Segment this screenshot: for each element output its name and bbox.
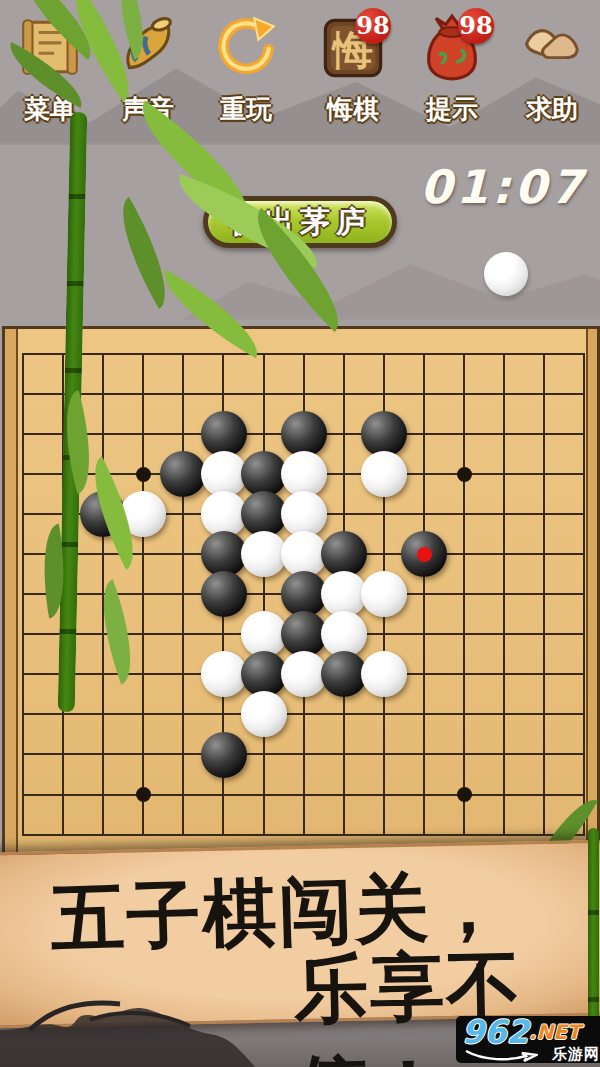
board-cell[interactable] <box>144 796 184 836</box>
white-stone-9-3 <box>361 451 407 497</box>
board-cell[interactable] <box>545 475 585 515</box>
board-cell[interactable] <box>305 355 345 395</box>
board-cell[interactable] <box>465 515 505 555</box>
hint-label: 提示 <box>408 92 496 127</box>
board-cell[interactable] <box>345 715 385 755</box>
board-cell[interactable] <box>265 796 305 836</box>
last-move-marker <box>417 547 432 562</box>
board-cell[interactable] <box>505 796 545 836</box>
board-cell[interactable] <box>505 675 545 715</box>
board-cell[interactable] <box>465 595 505 635</box>
white-stone-5-8 <box>201 651 247 697</box>
board-cell[interactable] <box>104 355 144 395</box>
ink-mountain-backdrop <box>180 250 600 320</box>
replay-label: 重玩 <box>202 92 290 127</box>
board-cell[interactable] <box>425 675 465 715</box>
board-cell[interactable] <box>425 796 465 836</box>
board-cell[interactable] <box>265 755 305 795</box>
board-cell[interactable] <box>24 755 64 795</box>
board-cell[interactable] <box>144 595 184 635</box>
bamboo-stalk <box>588 828 599 1048</box>
star-point <box>136 787 151 802</box>
board-cell[interactable] <box>224 355 264 395</box>
board-cell[interactable] <box>24 475 64 515</box>
board-cell[interactable] <box>505 395 545 435</box>
board-cell[interactable] <box>425 355 465 395</box>
board-cell[interactable] <box>465 715 505 755</box>
board-cell[interactable] <box>545 555 585 595</box>
board-cell[interactable] <box>545 395 585 435</box>
board-cell[interactable] <box>465 635 505 675</box>
board-cell[interactable] <box>545 595 585 635</box>
black-stone-8-8 <box>321 651 367 697</box>
board-cell[interactable] <box>144 555 184 595</box>
board-cell[interactable] <box>144 635 184 675</box>
star-point <box>457 787 472 802</box>
board-cell[interactable] <box>144 355 184 395</box>
board-cell[interactable] <box>24 715 64 755</box>
help-button[interactable]: 求助 <box>508 12 596 124</box>
black-stone-5-10 <box>201 732 247 778</box>
board-cell[interactable] <box>465 355 505 395</box>
board-cell[interactable] <box>64 796 104 836</box>
board-cell[interactable] <box>545 515 585 555</box>
board-cell[interactable] <box>265 355 305 395</box>
replay-swirl-icon <box>211 14 281 80</box>
board-cell[interactable] <box>385 715 425 755</box>
board-cell[interactable] <box>144 715 184 755</box>
board-cell[interactable] <box>24 796 64 836</box>
game-timer: 01:07 <box>420 160 586 214</box>
board-cell[interactable] <box>505 715 545 755</box>
site-watermark: 962.NET 乐游网 <box>456 1016 600 1063</box>
ink-tree-icon <box>0 990 320 1067</box>
gomoku-board[interactable] <box>2 326 600 856</box>
board-cell[interactable] <box>545 755 585 795</box>
board-cell[interactable] <box>104 715 144 755</box>
white-stone-6-5 <box>241 531 287 577</box>
board-cell[interactable] <box>184 796 224 836</box>
board-cell[interactable] <box>465 555 505 595</box>
board-cell[interactable] <box>385 755 425 795</box>
board-cell[interactable] <box>505 555 545 595</box>
board-cell[interactable] <box>24 355 64 395</box>
board-cell[interactable] <box>24 395 64 435</box>
board-cell[interactable] <box>64 755 104 795</box>
board-cell[interactable] <box>465 395 505 435</box>
board-cell[interactable] <box>385 796 425 836</box>
board-cell[interactable] <box>465 796 505 836</box>
board-cell[interactable] <box>465 435 505 475</box>
board-cell[interactable] <box>64 715 104 755</box>
board-cell[interactable] <box>345 755 385 795</box>
star-point <box>457 467 472 482</box>
board-cell[interactable] <box>505 355 545 395</box>
hint-count-badge: 98 <box>458 8 494 44</box>
logo-962: 962 <box>462 1017 529 1047</box>
board-cell[interactable] <box>465 475 505 515</box>
board-cell[interactable] <box>545 635 585 675</box>
black-stone-5-6 <box>201 571 247 617</box>
white-stone-9-6 <box>361 571 407 617</box>
board-cell[interactable] <box>505 475 545 515</box>
board-cell[interactable] <box>345 796 385 836</box>
board-cell[interactable] <box>505 635 545 675</box>
game-screen: 菜单 声音 重玩 悔 悔棋 98 <box>0 0 600 1067</box>
white-stone-6-9 <box>241 691 287 737</box>
board-cell[interactable] <box>345 355 385 395</box>
board-cell[interactable] <box>505 755 545 795</box>
handshake-icon <box>516 14 588 76</box>
board-cell[interactable] <box>425 395 465 435</box>
board-cell[interactable] <box>545 715 585 755</box>
board-cell[interactable] <box>144 395 184 435</box>
board-cell[interactable] <box>425 595 465 635</box>
undo-button[interactable]: 悔 悔棋 98 <box>309 12 397 124</box>
help-label: 求助 <box>508 92 596 127</box>
undo-count-badge: 98 <box>355 8 391 44</box>
board-cell[interactable] <box>425 635 465 675</box>
board-cell[interactable] <box>385 355 425 395</box>
board-cell[interactable] <box>144 675 184 715</box>
board-cell[interactable] <box>465 755 505 795</box>
board-cell[interactable] <box>144 755 184 795</box>
board-cell[interactable] <box>305 755 345 795</box>
turn-indicator-white-stone <box>484 252 528 296</box>
hint-button[interactable]: 提示 98 <box>408 12 496 124</box>
board-cell[interactable] <box>104 796 144 836</box>
board-cell[interactable] <box>465 675 505 715</box>
logo-net: .NET <box>529 1017 581 1047</box>
board-cell[interactable] <box>545 675 585 715</box>
logo-site-name: 乐游网 <box>552 1045 600 1064</box>
board-cell[interactable] <box>425 475 465 515</box>
board-cell[interactable] <box>505 595 545 635</box>
white-stone-7-8 <box>281 651 327 697</box>
white-stone-9-8 <box>361 651 407 697</box>
board-cell[interactable] <box>505 435 545 475</box>
board-cell[interactable] <box>505 515 545 555</box>
undo-label: 悔棋 <box>309 92 397 127</box>
board-cell[interactable] <box>305 796 345 836</box>
star-point <box>136 467 151 482</box>
board-cell[interactable] <box>184 355 224 395</box>
replay-button[interactable]: 重玩 <box>202 12 290 124</box>
swoosh-arrow-icon <box>464 1049 538 1062</box>
board-cell[interactable] <box>545 435 585 475</box>
board-cell[interactable] <box>24 435 64 475</box>
board-cell[interactable] <box>425 715 465 755</box>
board-cell[interactable] <box>545 355 585 395</box>
board-cell[interactable] <box>224 796 264 836</box>
board-cell[interactable] <box>305 715 345 755</box>
board-cell[interactable] <box>104 395 144 435</box>
